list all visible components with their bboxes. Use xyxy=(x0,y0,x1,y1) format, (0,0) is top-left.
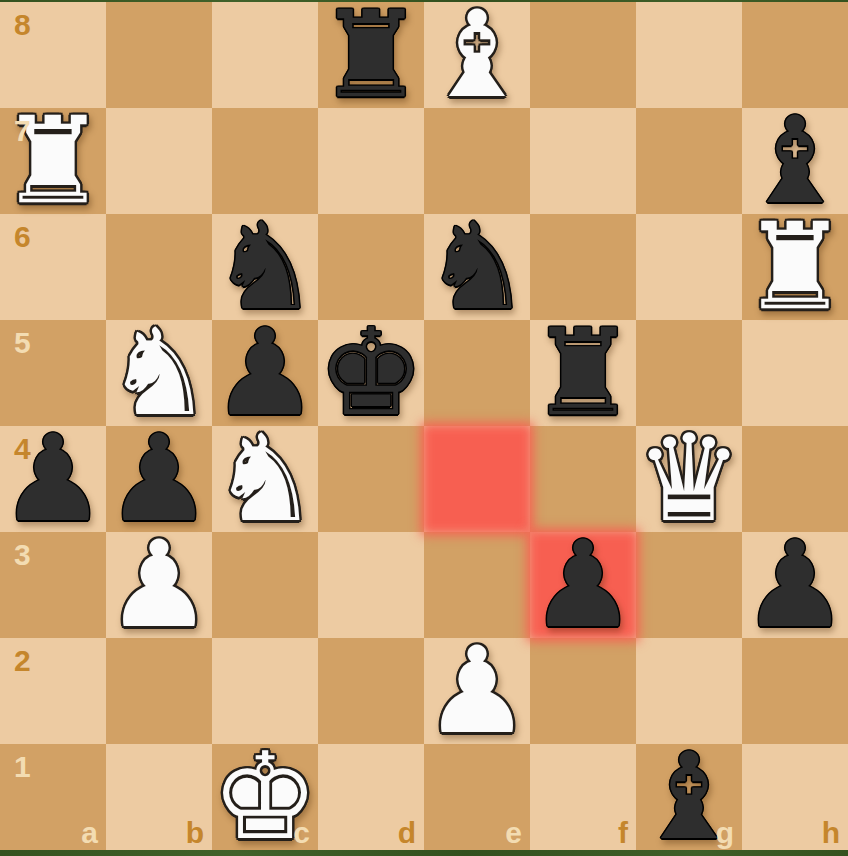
chess-app: 8♜♝7♜♝6♞♞♜5♞♟♚♜4♟♟♞♛3♟♟♟2♟1abc♚defg♝h xyxy=(0,0,848,856)
piece-white-knight-c4[interactable]: ♞ xyxy=(212,426,318,532)
square-f8[interactable] xyxy=(530,2,636,108)
square-e4[interactable] xyxy=(424,426,530,532)
square-g6[interactable] xyxy=(636,214,742,320)
square-f5[interactable]: ♜ xyxy=(530,320,636,426)
highlight-e4 xyxy=(421,423,533,535)
square-g1[interactable]: g♝ xyxy=(636,744,742,850)
piece-black-pawn-h3[interactable]: ♟ xyxy=(742,532,848,638)
square-b7[interactable] xyxy=(106,108,212,214)
square-f7[interactable] xyxy=(530,108,636,214)
square-a1[interactable]: 1a xyxy=(0,744,106,850)
square-h1[interactable]: h xyxy=(742,744,848,850)
rank-label-8: 8 xyxy=(14,8,31,42)
square-c4[interactable]: ♞ xyxy=(212,426,318,532)
piece-white-bishop-e8[interactable]: ♝ xyxy=(424,2,530,108)
square-f1[interactable]: f xyxy=(530,744,636,850)
file-label-b: b xyxy=(186,816,204,850)
file-label-f: f xyxy=(618,816,628,850)
square-c8[interactable] xyxy=(212,2,318,108)
piece-white-pawn-b3[interactable]: ♟ xyxy=(106,532,212,638)
file-label-a: a xyxy=(81,816,98,850)
rank-label-5: 5 xyxy=(14,326,31,360)
square-h3[interactable]: ♟ xyxy=(742,532,848,638)
file-label-d: d xyxy=(398,816,416,850)
square-a2[interactable]: 2 xyxy=(0,638,106,744)
piece-black-rook-f5[interactable]: ♜ xyxy=(530,320,636,426)
square-b3[interactable]: ♟ xyxy=(106,532,212,638)
square-g8[interactable] xyxy=(636,2,742,108)
piece-black-rook-d8[interactable]: ♜ xyxy=(318,2,424,108)
square-b8[interactable] xyxy=(106,2,212,108)
square-g4[interactable]: ♛ xyxy=(636,426,742,532)
rank-label-2: 2 xyxy=(14,644,31,678)
square-e6[interactable]: ♞ xyxy=(424,214,530,320)
square-a7[interactable]: 7♜ xyxy=(0,108,106,214)
file-label-e: e xyxy=(505,816,522,850)
square-d5[interactable]: ♚ xyxy=(318,320,424,426)
rank-label-1: 1 xyxy=(14,750,31,784)
square-c1[interactable]: c♚ xyxy=(212,744,318,850)
piece-white-pawn-e2[interactable]: ♟ xyxy=(424,638,530,744)
file-label-h: h xyxy=(822,816,840,850)
piece-white-king-c1[interactable]: ♚ xyxy=(212,744,318,850)
square-h6[interactable]: ♜ xyxy=(742,214,848,320)
piece-black-knight-e6[interactable]: ♞ xyxy=(424,214,530,320)
square-f3[interactable]: ♟ xyxy=(530,532,636,638)
piece-black-pawn-f3[interactable]: ♟ xyxy=(530,532,636,638)
piece-black-bishop-g1[interactable]: ♝ xyxy=(636,744,742,850)
square-a4[interactable]: 4♟ xyxy=(0,426,106,532)
square-d2[interactable] xyxy=(318,638,424,744)
piece-white-queen-g4[interactable]: ♛ xyxy=(636,426,742,532)
square-b1[interactable]: b xyxy=(106,744,212,850)
piece-black-pawn-a4[interactable]: ♟ xyxy=(0,426,106,532)
square-d3[interactable] xyxy=(318,532,424,638)
square-d1[interactable]: d xyxy=(318,744,424,850)
square-g7[interactable] xyxy=(636,108,742,214)
chess-board: 8♜♝7♜♝6♞♞♜5♞♟♚♜4♟♟♞♛3♟♟♟2♟1abc♚defg♝h xyxy=(0,2,848,850)
square-d8[interactable]: ♜ xyxy=(318,2,424,108)
piece-white-rook-h6[interactable]: ♜ xyxy=(742,214,848,320)
piece-white-rook-a7[interactable]: ♜ xyxy=(0,108,106,214)
piece-black-king-d5[interactable]: ♚ xyxy=(318,320,424,426)
square-e2[interactable]: ♟ xyxy=(424,638,530,744)
square-e8[interactable]: ♝ xyxy=(424,2,530,108)
